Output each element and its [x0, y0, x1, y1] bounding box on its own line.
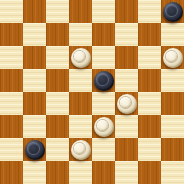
square-r7c7-light: [161, 161, 184, 184]
square-r3c3-light: [69, 69, 92, 92]
square-r7c3-light: [69, 161, 92, 184]
square-r4c5-dark[interactable]: [115, 92, 138, 115]
square-r2c5-dark[interactable]: [115, 46, 138, 69]
piece-inner-ring: [74, 143, 85, 154]
square-r0c3-dark[interactable]: [69, 0, 92, 23]
square-r3c5-light: [115, 69, 138, 92]
square-r0c7-dark[interactable]: [161, 0, 184, 23]
square-r5c4-dark[interactable]: [92, 115, 115, 138]
square-r1c1-light: [23, 23, 46, 46]
white-man[interactable]: [94, 117, 114, 137]
black-man[interactable]: [94, 71, 114, 91]
square-r1c3-light: [69, 23, 92, 46]
square-r0c5-dark[interactable]: [115, 0, 138, 23]
square-r0c6-light: [138, 0, 161, 23]
square-r1c6-dark[interactable]: [138, 23, 161, 46]
square-r6c1-dark[interactable]: [23, 138, 46, 161]
square-r7c4-dark[interactable]: [92, 161, 115, 184]
piece-inner-ring: [120, 97, 131, 108]
piece-inner-ring: [166, 5, 177, 16]
square-r0c2-light: [46, 0, 69, 23]
square-r1c2-dark[interactable]: [46, 23, 69, 46]
square-r5c7-light: [161, 115, 184, 138]
white-man[interactable]: [71, 48, 91, 68]
square-r3c6-dark[interactable]: [138, 69, 161, 92]
square-r0c1-dark[interactable]: [23, 0, 46, 23]
square-r5c1-light: [23, 115, 46, 138]
square-r6c4-light: [92, 138, 115, 161]
square-r5c0-dark[interactable]: [0, 115, 23, 138]
checkers-board: [0, 0, 184, 184]
square-r1c4-dark[interactable]: [92, 23, 115, 46]
black-man[interactable]: [25, 140, 45, 160]
square-r3c1-light: [23, 69, 46, 92]
square-r5c5-light: [115, 115, 138, 138]
square-r4c0-light: [0, 92, 23, 115]
white-man[interactable]: [71, 140, 91, 160]
white-man[interactable]: [117, 94, 137, 114]
square-r7c6-dark[interactable]: [138, 161, 161, 184]
square-r0c0-light: [0, 0, 23, 23]
square-r6c2-light: [46, 138, 69, 161]
square-r2c4-light: [92, 46, 115, 69]
square-r1c0-dark[interactable]: [0, 23, 23, 46]
square-r2c7-dark[interactable]: [161, 46, 184, 69]
square-r6c3-dark[interactable]: [69, 138, 92, 161]
square-r3c7-light: [161, 69, 184, 92]
square-r2c6-light: [138, 46, 161, 69]
square-r4c4-light: [92, 92, 115, 115]
white-man[interactable]: [163, 48, 183, 68]
square-r2c1-dark[interactable]: [23, 46, 46, 69]
square-r1c7-light: [161, 23, 184, 46]
square-r4c6-light: [138, 92, 161, 115]
square-r3c4-dark[interactable]: [92, 69, 115, 92]
square-r2c0-light: [0, 46, 23, 69]
square-r4c1-dark[interactable]: [23, 92, 46, 115]
square-r4c2-light: [46, 92, 69, 115]
square-r4c3-dark[interactable]: [69, 92, 92, 115]
square-r5c2-dark[interactable]: [46, 115, 69, 138]
piece-inner-ring: [166, 51, 177, 62]
piece-inner-ring: [28, 143, 39, 154]
piece-inner-ring: [74, 51, 85, 62]
square-r7c1-light: [23, 161, 46, 184]
square-r7c0-dark[interactable]: [0, 161, 23, 184]
square-r7c5-light: [115, 161, 138, 184]
square-r6c0-light: [0, 138, 23, 161]
square-r6c6-light: [138, 138, 161, 161]
square-r5c6-dark[interactable]: [138, 115, 161, 138]
square-r7c2-dark[interactable]: [46, 161, 69, 184]
black-man[interactable]: [163, 2, 183, 22]
square-r5c3-light: [69, 115, 92, 138]
square-r0c4-light: [92, 0, 115, 23]
square-r1c5-light: [115, 23, 138, 46]
square-r4c7-dark[interactable]: [161, 92, 184, 115]
square-r6c5-dark[interactable]: [115, 138, 138, 161]
square-r2c3-dark[interactable]: [69, 46, 92, 69]
square-r3c2-dark[interactable]: [46, 69, 69, 92]
square-r6c7-dark[interactable]: [161, 138, 184, 161]
square-r3c0-dark[interactable]: [0, 69, 23, 92]
square-r2c2-light: [46, 46, 69, 69]
piece-inner-ring: [97, 120, 108, 131]
piece-inner-ring: [97, 74, 108, 85]
